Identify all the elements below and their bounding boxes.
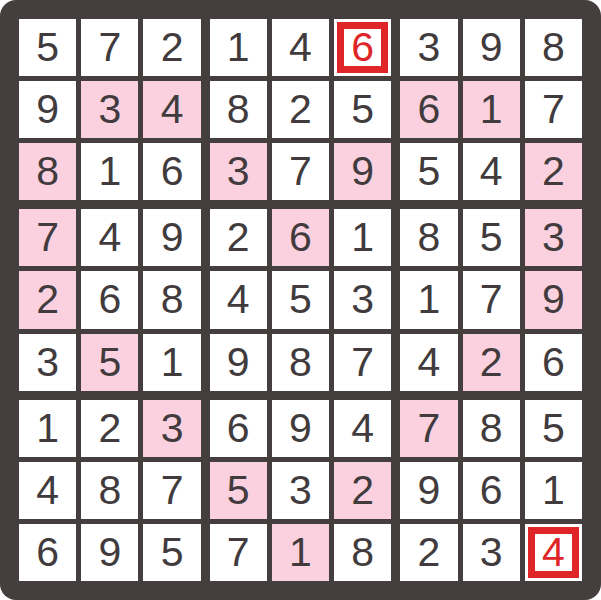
cell-r8c1[interactable]: 4 bbox=[19, 462, 76, 519]
cell-digit: 4 bbox=[36, 470, 59, 511]
cell-r1c5[interactable]: 4 bbox=[272, 19, 329, 76]
cell-r8c6[interactable]: 2 bbox=[334, 462, 391, 519]
cell-digit: 3 bbox=[418, 27, 441, 68]
cell-digit: 4 bbox=[98, 217, 121, 258]
cell-r3c2[interactable]: 1 bbox=[81, 143, 138, 200]
cell-r6c1[interactable]: 3 bbox=[19, 334, 76, 391]
cell-digit: 3 bbox=[542, 217, 565, 258]
cell-r3c8[interactable]: 4 bbox=[463, 143, 520, 200]
cell-r7c7[interactable]: 7 bbox=[400, 400, 457, 457]
cell-r4c4[interactable]: 2 bbox=[210, 209, 267, 266]
cell-digit: 9 bbox=[36, 89, 59, 130]
cell-r9c9[interactable]: 4 bbox=[525, 524, 582, 581]
cell-r9c2[interactable]: 9 bbox=[81, 524, 138, 581]
cell-digit: 6 bbox=[98, 279, 121, 320]
cell-digit: 6 bbox=[480, 470, 503, 511]
cell-r5c6[interactable]: 3 bbox=[334, 271, 391, 328]
cell-r5c1[interactable]: 2 bbox=[19, 271, 76, 328]
cell-digit: 6 bbox=[36, 532, 59, 573]
cell-digit: 2 bbox=[351, 470, 374, 511]
cell-digit: 1 bbox=[98, 151, 121, 192]
cell-digit: 6 bbox=[418, 89, 441, 130]
sudoku-board: 572934816 146825379 398617542 749268351 … bbox=[0, 0, 601, 600]
cell-digit: 8 bbox=[418, 217, 441, 258]
cell-r2c3[interactable]: 4 bbox=[143, 81, 200, 138]
cell-r5c9[interactable]: 9 bbox=[525, 271, 582, 328]
box-8: 694532718 bbox=[210, 400, 392, 581]
cell-digit: 9 bbox=[98, 532, 121, 573]
cell-digit: 8 bbox=[351, 532, 374, 573]
cell-r2c6[interactable]: 5 bbox=[334, 81, 391, 138]
box-6: 853179426 bbox=[400, 209, 582, 390]
box-9: 785961234 bbox=[400, 400, 582, 581]
cell-r8c4[interactable]: 5 bbox=[210, 462, 267, 519]
cell-digit: 6 bbox=[351, 27, 374, 68]
cell-r4c2[interactable]: 4 bbox=[81, 209, 138, 266]
cell-digit: 3 bbox=[98, 89, 121, 130]
cell-digit: 3 bbox=[480, 532, 503, 573]
cell-digit: 3 bbox=[289, 470, 312, 511]
cell-r4c3[interactable]: 9 bbox=[143, 209, 200, 266]
cell-r1c3[interactable]: 2 bbox=[143, 19, 200, 76]
cell-digit: 2 bbox=[542, 151, 565, 192]
cell-digit: 7 bbox=[289, 151, 312, 192]
cell-r9c4[interactable]: 7 bbox=[210, 524, 267, 581]
cell-r4c6[interactable]: 1 bbox=[334, 209, 391, 266]
cell-r4c7[interactable]: 8 bbox=[400, 209, 457, 266]
cell-r8c8[interactable]: 6 bbox=[463, 462, 520, 519]
cell-r5c5[interactable]: 5 bbox=[272, 271, 329, 328]
cell-r2c5[interactable]: 2 bbox=[272, 81, 329, 138]
cell-r5c3[interactable]: 8 bbox=[143, 271, 200, 328]
cell-digit: 7 bbox=[36, 217, 59, 258]
cell-r7c8[interactable]: 8 bbox=[463, 400, 520, 457]
cell-r6c6[interactable]: 7 bbox=[334, 334, 391, 391]
cell-r3c7[interactable]: 5 bbox=[400, 143, 457, 200]
cell-r1c2[interactable]: 7 bbox=[81, 19, 138, 76]
cell-digit: 5 bbox=[227, 470, 250, 511]
cell-r6c5[interactable]: 8 bbox=[272, 334, 329, 391]
cell-r1c4[interactable]: 1 bbox=[210, 19, 267, 76]
cell-r9c6[interactable]: 8 bbox=[334, 524, 391, 581]
cell-digit: 4 bbox=[289, 27, 312, 68]
box-4: 749268351 bbox=[19, 209, 201, 390]
cell-r2c9[interactable]: 7 bbox=[525, 81, 582, 138]
cell-r8c9[interactable]: 1 bbox=[525, 462, 582, 519]
cell-digit: 9 bbox=[480, 27, 503, 68]
cell-digit: 6 bbox=[161, 151, 184, 192]
cell-digit: 4 bbox=[351, 408, 374, 449]
cell-r1c8[interactable]: 9 bbox=[463, 19, 520, 76]
cell-r9c3[interactable]: 5 bbox=[143, 524, 200, 581]
cell-digit: 5 bbox=[161, 532, 184, 573]
cell-digit: 1 bbox=[542, 470, 565, 511]
cell-digit: 4 bbox=[227, 279, 250, 320]
cell-r6c8[interactable]: 2 bbox=[463, 334, 520, 391]
cell-digit: 4 bbox=[418, 342, 441, 383]
cell-digit: 5 bbox=[542, 408, 565, 449]
cell-digit: 7 bbox=[542, 89, 565, 130]
box-5: 261453987 bbox=[210, 209, 392, 390]
cell-digit: 6 bbox=[542, 342, 565, 383]
cell-digit: 3 bbox=[161, 408, 184, 449]
cell-r9c7[interactable]: 2 bbox=[400, 524, 457, 581]
cell-digit: 1 bbox=[351, 217, 374, 258]
cell-digit: 6 bbox=[289, 217, 312, 258]
cell-digit: 8 bbox=[227, 89, 250, 130]
cell-r3c5[interactable]: 7 bbox=[272, 143, 329, 200]
box-3: 398617542 bbox=[400, 19, 582, 200]
cell-digit: 2 bbox=[161, 27, 184, 68]
cell-r7c6[interactable]: 4 bbox=[334, 400, 391, 457]
cell-digit: 5 bbox=[289, 279, 312, 320]
cell-digit: 5 bbox=[480, 217, 503, 258]
cell-digit: 7 bbox=[351, 342, 374, 383]
cell-digit: 2 bbox=[480, 342, 503, 383]
cell-digit: 9 bbox=[161, 217, 184, 258]
cell-r3c6[interactable]: 9 bbox=[334, 143, 391, 200]
cell-r3c9[interactable]: 2 bbox=[525, 143, 582, 200]
cell-digit: 4 bbox=[161, 89, 184, 130]
cell-digit: 1 bbox=[418, 279, 441, 320]
cell-r8c5[interactable]: 3 bbox=[272, 462, 329, 519]
box-7: 123487695 bbox=[19, 400, 201, 581]
cell-digit: 9 bbox=[289, 408, 312, 449]
cell-digit: 4 bbox=[542, 532, 565, 573]
cell-digit: 8 bbox=[289, 342, 312, 383]
cell-r2c8[interactable]: 1 bbox=[463, 81, 520, 138]
cell-digit: 8 bbox=[98, 470, 121, 511]
cell-r1c7[interactable]: 3 bbox=[400, 19, 457, 76]
cell-r9c1[interactable]: 6 bbox=[19, 524, 76, 581]
cell-digit: 2 bbox=[227, 217, 250, 258]
cell-r1c6[interactable]: 6 bbox=[334, 19, 391, 76]
cell-digit: 1 bbox=[161, 342, 184, 383]
cell-digit: 7 bbox=[161, 470, 184, 511]
cell-r2c2[interactable]: 3 bbox=[81, 81, 138, 138]
cell-r8c2[interactable]: 8 bbox=[81, 462, 138, 519]
cell-r5c4[interactable]: 4 bbox=[210, 271, 267, 328]
cell-r7c9[interactable]: 5 bbox=[525, 400, 582, 457]
cell-digit: 2 bbox=[36, 279, 59, 320]
cell-r9c5[interactable]: 1 bbox=[272, 524, 329, 581]
cell-r3c4[interactable]: 3 bbox=[210, 143, 267, 200]
box-2: 146825379 bbox=[210, 19, 392, 200]
cell-digit: 3 bbox=[227, 151, 250, 192]
cell-r7c3[interactable]: 3 bbox=[143, 400, 200, 457]
cell-r3c3[interactable]: 6 bbox=[143, 143, 200, 200]
cell-r5c8[interactable]: 7 bbox=[463, 271, 520, 328]
cell-r8c7[interactable]: 9 bbox=[400, 462, 457, 519]
cell-digit: 2 bbox=[289, 89, 312, 130]
cell-digit: 1 bbox=[227, 27, 250, 68]
cell-digit: 3 bbox=[351, 279, 374, 320]
cell-digit: 9 bbox=[542, 279, 565, 320]
cell-digit: 1 bbox=[480, 89, 503, 130]
cell-r5c7[interactable]: 1 bbox=[400, 271, 457, 328]
cell-digit: 2 bbox=[418, 532, 441, 573]
cell-r6c4[interactable]: 9 bbox=[210, 334, 267, 391]
cell-r4c9[interactable]: 3 bbox=[525, 209, 582, 266]
cell-r7c2[interactable]: 2 bbox=[81, 400, 138, 457]
cell-digit: 8 bbox=[480, 408, 503, 449]
cell-digit: 1 bbox=[36, 408, 59, 449]
cell-r7c1[interactable]: 1 bbox=[19, 400, 76, 457]
cell-digit: 5 bbox=[418, 151, 441, 192]
cell-digit: 9 bbox=[351, 151, 374, 192]
cell-r4c8[interactable]: 5 bbox=[463, 209, 520, 266]
cell-digit: 7 bbox=[480, 279, 503, 320]
cell-digit: 7 bbox=[98, 27, 121, 68]
cell-digit: 1 bbox=[289, 532, 312, 573]
cell-digit: 6 bbox=[227, 408, 250, 449]
cell-r6c7[interactable]: 4 bbox=[400, 334, 457, 391]
cell-digit: 9 bbox=[227, 342, 250, 383]
cell-r6c9[interactable]: 6 bbox=[525, 334, 582, 391]
cell-digit: 8 bbox=[542, 27, 565, 68]
cell-r6c2[interactable]: 5 bbox=[81, 334, 138, 391]
cell-r4c5[interactable]: 6 bbox=[272, 209, 329, 266]
cell-r5c2[interactable]: 6 bbox=[81, 271, 138, 328]
cell-r9c8[interactable]: 3 bbox=[463, 524, 520, 581]
cell-r2c7[interactable]: 6 bbox=[400, 81, 457, 138]
cell-r1c1[interactable]: 5 bbox=[19, 19, 76, 76]
cell-digit: 2 bbox=[98, 408, 121, 449]
cell-digit: 5 bbox=[98, 342, 121, 383]
cell-digit: 9 bbox=[418, 470, 441, 511]
box-1: 572934816 bbox=[19, 19, 201, 200]
cell-r4c1[interactable]: 7 bbox=[19, 209, 76, 266]
cell-digit: 5 bbox=[36, 27, 59, 68]
cell-r7c4[interactable]: 6 bbox=[210, 400, 267, 457]
cell-r6c3[interactable]: 1 bbox=[143, 334, 200, 391]
cell-digit: 5 bbox=[351, 89, 374, 130]
cell-digit: 3 bbox=[36, 342, 59, 383]
cell-digit: 8 bbox=[161, 279, 184, 320]
cell-r2c1[interactable]: 9 bbox=[19, 81, 76, 138]
cell-r7c5[interactable]: 9 bbox=[272, 400, 329, 457]
cell-digit: 7 bbox=[227, 532, 250, 573]
cell-digit: 4 bbox=[480, 151, 503, 192]
cell-r2c4[interactable]: 8 bbox=[210, 81, 267, 138]
cell-r1c9[interactable]: 8 bbox=[525, 19, 582, 76]
cell-digit: 8 bbox=[36, 151, 59, 192]
cell-r3c1[interactable]: 8 bbox=[19, 143, 76, 200]
cell-digit: 7 bbox=[418, 408, 441, 449]
cell-r8c3[interactable]: 7 bbox=[143, 462, 200, 519]
